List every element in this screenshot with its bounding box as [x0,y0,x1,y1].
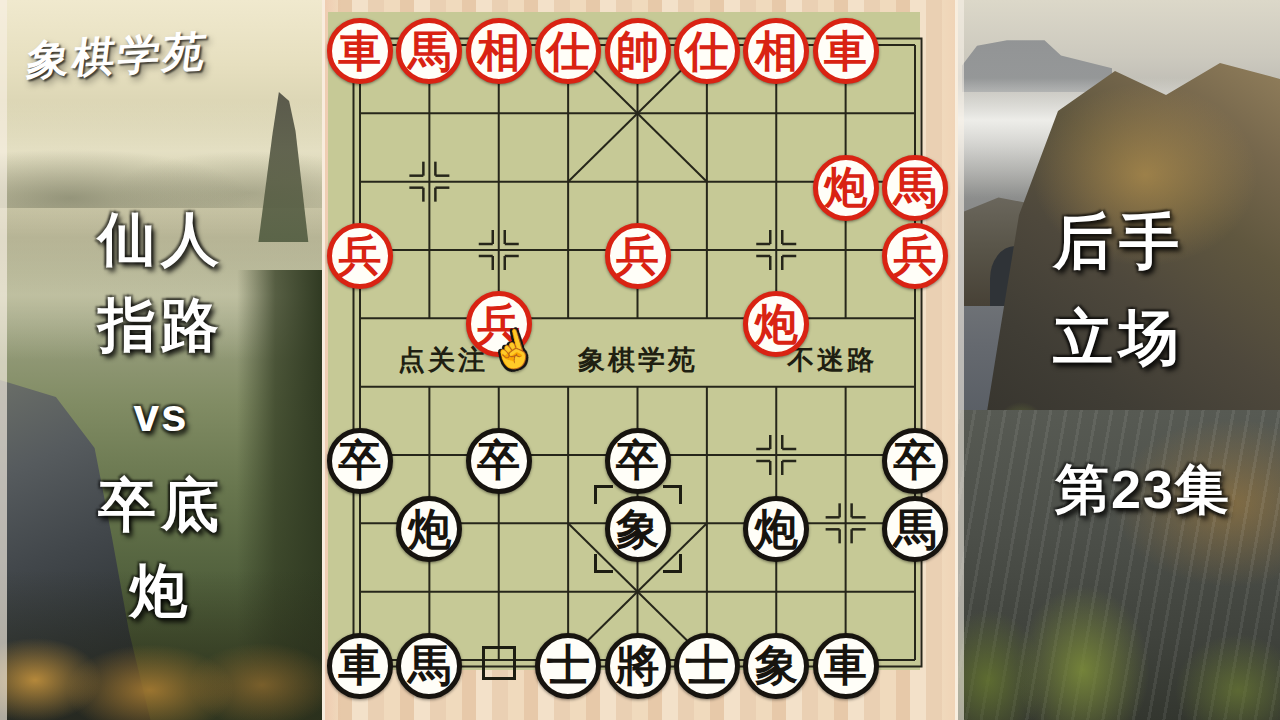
xiangqi-board[interactable]: 点关注 象棋学苑 不迷路 車馬相仕帥仕相車炮馬兵兵兵兵炮卒卒卒卒炮象炮馬車馬士將… [322,0,958,720]
piece-black-pawn[interactable]: 卒 [882,428,948,494]
piece-red-cannon[interactable]: 炮 [743,291,809,357]
left-title: 仙人 指路 vs 卒底 炮 [0,210,322,620]
piece-red-advisor[interactable]: 仕 [674,18,740,84]
vs-label: vs [133,392,188,438]
last-move-from-marker [482,646,516,680]
piece-black-rook[interactable]: 車 [813,633,879,699]
piece-black-cannon[interactable]: 炮 [396,496,462,562]
piece-red-pawn[interactable]: 兵 [882,223,948,289]
piece-red-rook[interactable]: 車 [327,18,393,84]
piece-red-horse[interactable]: 馬 [396,18,462,84]
pieces-layer: 車馬相仕帥仕相車炮馬兵兵兵兵炮卒卒卒卒炮象炮馬車馬士將士象車 [322,0,958,720]
right-title-line: 立场 [1053,308,1185,368]
piece-black-cannon[interactable]: 炮 [743,496,809,562]
piece-black-elephant[interactable]: 象 [743,633,809,699]
piece-black-pawn[interactable]: 卒 [327,428,393,494]
piece-red-pawn[interactable]: 兵 [327,223,393,289]
piece-black-horse[interactable]: 馬 [882,496,948,562]
piece-red-advisor[interactable]: 仕 [535,18,601,84]
piece-red-horse[interactable]: 馬 [882,155,948,221]
piece-red-cannon[interactable]: 炮 [813,155,879,221]
piece-black-advisor[interactable]: 士 [535,633,601,699]
left-title-line: 卒底 [98,476,224,534]
right-title-line: 后手 [1053,212,1185,272]
piece-red-rook[interactable]: 車 [813,18,879,84]
video-frame: 象棋学苑 仙人 指路 vs 卒底 炮 后手 立场 第23集 点关注 象棋学苑 不… [0,0,1280,720]
left-title-line: 炮 [130,562,193,620]
piece-black-rook[interactable]: 車 [327,633,393,699]
right-title: 后手 立场 [958,212,1280,368]
right-pines [958,520,1280,720]
piece-black-horse[interactable]: 馬 [396,633,462,699]
piece-red-elephant[interactable]: 相 [743,18,809,84]
left-title-line: 仙人 [98,210,224,268]
piece-black-advisor[interactable]: 士 [674,633,740,699]
piece-red-king[interactable]: 帥 [605,18,671,84]
last-move-to-marker [594,485,682,573]
piece-black-pawn[interactable]: 卒 [466,428,532,494]
piece-black-pawn[interactable]: 卒 [605,428,671,494]
episode-label: 第23集 [958,462,1280,516]
left-title-line: 指路 [98,296,224,354]
piece-black-king[interactable]: 將 [605,633,671,699]
piece-red-pawn[interactable]: 兵 [605,223,671,289]
piece-red-elephant[interactable]: 相 [466,18,532,84]
channel-watermark: 象棋学苑 [24,23,212,88]
